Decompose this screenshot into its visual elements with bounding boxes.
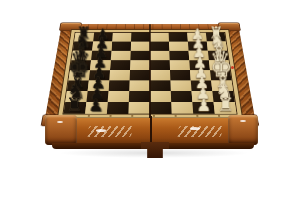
- square-a3[interactable]: [169, 33, 188, 42]
- piece-black-pawn-h7[interactable]: ♟: [88, 97, 103, 114]
- square-d6[interactable]: [110, 60, 130, 70]
- square-g3[interactable]: [171, 91, 193, 102]
- square-a4[interactable]: [150, 33, 169, 42]
- chess-box-scene: ♜♟♟♜♞♟♟♞♝♟♟♝♛♟♟♛♚♟♟♚♝♟♟♝♞♟♟♞♜♟♟♜: [44, 12, 256, 124]
- square-c4[interactable]: [150, 51, 170, 61]
- square-e4[interactable]: [150, 70, 170, 80]
- square-f6[interactable]: [108, 80, 129, 91]
- square-b4[interactable]: [150, 42, 169, 51]
- square-g4[interactable]: [150, 91, 171, 102]
- square-d3[interactable]: [170, 60, 190, 70]
- square-c5[interactable]: [130, 51, 150, 61]
- square-e3[interactable]: [170, 70, 191, 80]
- square-h7[interactable]: ♟: [85, 102, 107, 114]
- square-f4[interactable]: [150, 80, 171, 91]
- front-corner-block-left: [45, 115, 77, 145]
- gloss-highlight: [96, 129, 106, 132]
- square-h5[interactable]: [128, 102, 150, 114]
- square-h8[interactable]: ♜: [64, 102, 87, 114]
- square-h6[interactable]: [107, 102, 129, 114]
- square-h3[interactable]: [171, 102, 193, 114]
- piece-white-pawn-h2[interactable]: ♟: [197, 97, 212, 114]
- square-e6[interactable]: [109, 70, 130, 80]
- carved-leaf-motif-left: [87, 126, 133, 137]
- gloss-highlight: [240, 120, 246, 122]
- piece-white-rook-h1[interactable]: ♜: [217, 95, 234, 114]
- square-c3[interactable]: [169, 51, 189, 61]
- square-f5[interactable]: [129, 80, 150, 91]
- square-b5[interactable]: [131, 42, 150, 51]
- square-b6[interactable]: [111, 42, 131, 51]
- square-e5[interactable]: [130, 70, 150, 80]
- red-inlay-dot: [231, 66, 234, 69]
- square-b3[interactable]: [169, 42, 189, 51]
- square-h4[interactable]: [150, 102, 172, 114]
- square-c6[interactable]: [111, 51, 131, 61]
- square-g5[interactable]: [129, 91, 150, 102]
- square-a6[interactable]: [112, 33, 131, 42]
- photo-stage: ♜♟♟♜♞♟♟♞♝♟♟♝♛♟♟♛♚♟♟♚♝♟♟♝♞♟♟♞♜♟♟♜: [0, 0, 300, 200]
- square-f3[interactable]: [170, 80, 191, 91]
- square-a5[interactable]: [131, 33, 150, 42]
- gloss-highlight: [190, 127, 200, 130]
- square-d4[interactable]: [150, 60, 170, 70]
- chess-box-top: ♜♟♟♜♞♟♟♞♝♟♟♝♛♟♟♛♚♟♟♚♝♟♟♝♞♟♟♞♜♟♟♜: [44, 24, 256, 124]
- gloss-highlight: [57, 121, 63, 123]
- piece-black-rook-h8[interactable]: ♜: [66, 95, 83, 114]
- square-h2[interactable]: ♟: [192, 102, 214, 114]
- carved-leaf-motif-right: [177, 126, 223, 137]
- square-h1[interactable]: ♜: [214, 102, 237, 114]
- square-d5[interactable]: [130, 60, 150, 70]
- square-g6[interactable]: [108, 91, 130, 102]
